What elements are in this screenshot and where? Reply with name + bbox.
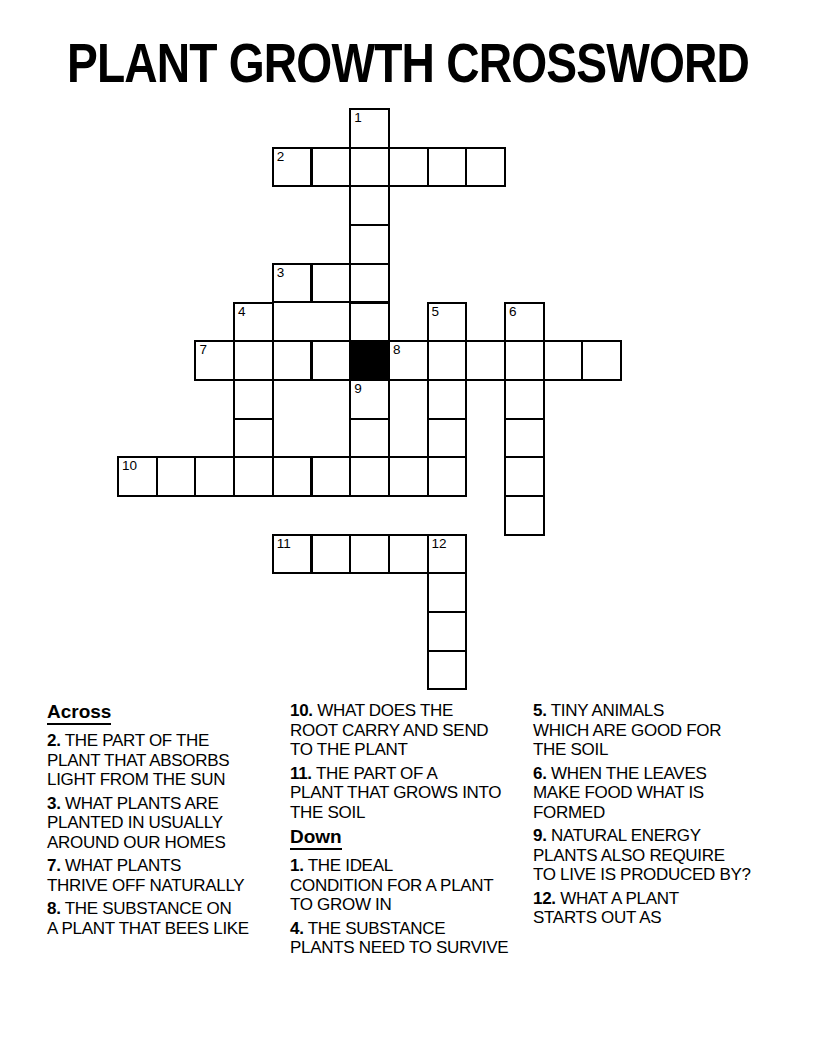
page-title: PLANT GROWTH CROSSWORD [0,31,816,95]
clues-column-1: Across2. THE PART OF THE PLANT THAT ABSO… [47,701,287,962]
cell-r9c2[interactable] [194,456,235,497]
cell-number-1: 1 [354,111,362,124]
clue-number: 7. [47,856,61,875]
cell-r6c10[interactable] [504,340,545,381]
cell-number-7: 7 [199,343,207,356]
cell-r1c6[interactable] [349,147,390,188]
cell-r9c1[interactable] [156,456,197,497]
cell-r14c8[interactable] [427,650,468,691]
clues-header-row: Across [47,701,287,725]
cell-r9c10[interactable] [504,456,545,497]
black-cell-r6c6 [349,340,390,381]
clues-column-2: 10. WHAT DOES THE ROOT CARRY AND SEND TO… [290,701,530,962]
cell-r1c8[interactable] [427,147,468,188]
cell-r9c8[interactable] [427,456,468,497]
clue-down-1: 1. THE IDEAL CONDITION FOR A PLANT TO GR… [290,856,530,915]
cell-r1c5[interactable] [311,147,352,188]
cell-r6c5[interactable] [311,340,352,381]
clue-across-3: 3. WHAT PLANTS ARE PLANTED IN USUALLY AR… [47,794,287,853]
cell-r9c6[interactable] [349,456,390,497]
cell-r8c3[interactable] [233,418,274,459]
cell-r2c6[interactable] [349,185,390,226]
cell-r3c6[interactable] [349,224,390,265]
cell-number-6: 6 [509,305,517,318]
clues-column-3: 5. TINY ANIMALS WHICH ARE GOOD FOR THE S… [533,701,795,962]
cell-number-9: 9 [354,382,362,395]
cell-r11c5[interactable] [311,534,352,575]
clues-header-down: Down [290,826,342,850]
cell-r9c7[interactable] [388,456,429,497]
cell-number-3: 3 [277,266,285,279]
cell-r8c10[interactable] [504,418,545,459]
clue-down-4: 4. THE SUBSTANCE PLANTS NEED TO SURVIVE [290,919,530,958]
cell-r7c8[interactable] [427,379,468,420]
cell-number-4: 4 [238,305,246,318]
cell-r9c4[interactable] [272,456,313,497]
clue-across-11: 11. THE PART OF A PLANT THAT GROWS INTO … [290,764,530,823]
cell-number-10: 10 [122,459,137,472]
cell-r6c8[interactable] [427,340,468,381]
clue-number: 1. [290,856,304,875]
cell-r12c8[interactable] [427,572,468,613]
cell-r6c11[interactable] [543,340,584,381]
cell-number-5: 5 [432,305,440,318]
cell-r7c10[interactable] [504,379,545,420]
cell-r6c9[interactable] [465,340,506,381]
cell-r9c5[interactable] [311,456,352,497]
cell-number-8: 8 [393,343,401,356]
cell-r11c6[interactable] [349,534,390,575]
cell-r1c7[interactable] [388,147,429,188]
clue-across-8: 8. THE SUBSTANCE ON A PLANT THAT BEES LI… [47,899,287,938]
cell-number-11: 11 [277,537,291,550]
clue-across-10: 10. WHAT DOES THE ROOT CARRY AND SEND TO… [290,701,530,760]
clues-header-across: Across [47,701,111,725]
cell-r10c10[interactable] [504,495,545,536]
cell-r8c8[interactable] [427,418,468,459]
clue-number: 6. [533,764,547,783]
clue-number: 9. [533,826,547,845]
cell-r5c6[interactable] [349,302,390,343]
clue-number: 8. [47,899,61,918]
clue-down-6: 6. WHEN THE LEAVES MAKE FOOD WHAT IS FOR… [533,764,795,823]
cell-r6c4[interactable] [272,340,313,381]
cell-r1c9[interactable] [465,147,506,188]
cell-r9c3[interactable] [233,456,274,497]
cell-r11c7[interactable] [388,534,429,575]
cell-r4c5[interactable] [311,263,352,304]
cell-number-12: 12 [432,537,447,550]
cell-r7c3[interactable] [233,379,274,420]
clue-across-7: 7. WHAT PLANTS THRIVE OFF NATURALLY [47,856,287,895]
clue-down-9: 9. NATURAL ENERGY PLANTS ALSO REQUIRE TO… [533,826,795,885]
cell-number-2: 2 [277,150,285,163]
clue-number: 11. [290,764,312,783]
clues-section: Across2. THE PART OF THE PLANT THAT ABSO… [47,701,795,962]
clue-down-5: 5. TINY ANIMALS WHICH ARE GOOD FOR THE S… [533,701,795,760]
clue-across-2: 2. THE PART OF THE PLANT THAT ABSORBS LI… [47,731,287,790]
crossword-grid: 123456789101112 [117,108,623,692]
clue-number: 2. [47,731,61,750]
cell-r6c12[interactable] [581,340,622,381]
cell-r8c6[interactable] [349,418,390,459]
cell-r4c6[interactable] [349,263,390,304]
clue-number: 5. [533,701,547,720]
clue-number: 10. [290,701,313,720]
cell-r6c3[interactable] [233,340,274,381]
page-title-text: PLANT GROWTH CROSSWORD [67,31,749,95]
cell-r13c8[interactable] [427,611,468,652]
clue-down-12: 12. WHAT A PLANT STARTS OUT AS [533,889,795,928]
page: PLANT GROWTH CROSSWORD 123456789101112 A… [0,0,816,1056]
clue-number: 3. [47,794,61,813]
clue-number: 12. [533,889,556,908]
clue-number: 4. [290,919,304,938]
clues-header-row: Down [290,826,530,850]
